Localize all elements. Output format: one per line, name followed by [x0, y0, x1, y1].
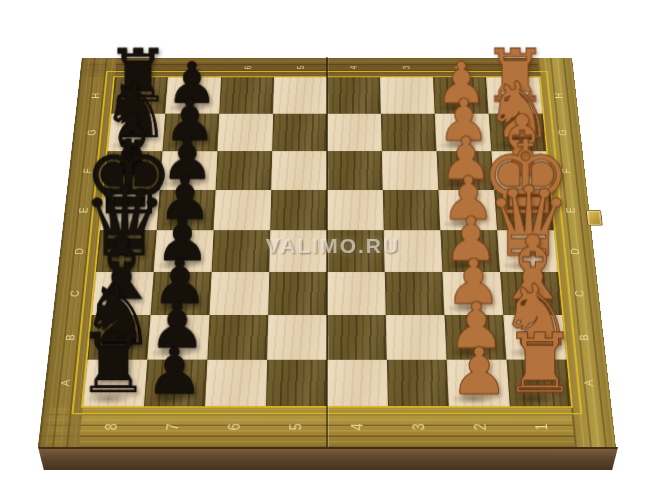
square-g5[interactable] [272, 114, 327, 152]
square-f3[interactable] [382, 151, 439, 190]
rank-label-top-3: 3 [380, 58, 433, 77]
brass-clasp [586, 210, 603, 226]
square-c4[interactable] [327, 272, 386, 315]
square-h3[interactable] [380, 77, 435, 113]
square-e4[interactable] [327, 190, 384, 230]
box-front-edge [38, 447, 618, 470]
rank-label-bottom-5: 5 [265, 406, 327, 448]
square-b5[interactable] [267, 315, 327, 360]
square-b6[interactable] [207, 315, 268, 360]
rank-label-bottom-3: 3 [388, 406, 451, 448]
rank-label-bottom-7: 7 [141, 406, 205, 448]
square-g3[interactable] [381, 114, 437, 152]
scene: 87654321 87654321 HGFEDCBA HGFEDCBA ♜♟♟♜… [38, 0, 616, 448]
rank-label-bottom-8: 8 [79, 406, 144, 448]
rank-label-top-6: 6 [221, 58, 274, 77]
rank-label-bottom-6: 6 [203, 406, 266, 448]
rank-label-top-5: 5 [274, 58, 327, 77]
chess-photo: 87654321 87654321 HGFEDCBA HGFEDCBA ♜♟♟♜… [0, 0, 670, 494]
square-f4[interactable] [327, 151, 383, 190]
black-pawn-a7[interactable]: ♟ [146, 340, 204, 405]
square-a1[interactable]: ♜ [507, 360, 571, 406]
rank-label-top-4: 4 [327, 58, 380, 77]
square-h5[interactable] [273, 77, 327, 113]
square-g6[interactable] [217, 114, 273, 152]
black-rook-a8[interactable]: ♜ [77, 322, 151, 405]
square-b3[interactable] [386, 315, 447, 360]
square-e6[interactable] [214, 190, 272, 230]
square-b4[interactable] [327, 315, 387, 360]
square-f5[interactable] [271, 151, 327, 190]
square-a3[interactable] [387, 360, 449, 406]
white-pawn-a2[interactable]: ♟ [450, 340, 508, 405]
square-c6[interactable] [209, 272, 269, 315]
square-h4[interactable] [327, 77, 381, 113]
square-c5[interactable] [268, 272, 327, 315]
rank-label-bottom-1: 1 [510, 406, 575, 448]
white-rook-a1[interactable]: ♜ [503, 322, 577, 405]
rank-label-bottom-2: 2 [449, 406, 513, 448]
square-g4[interactable] [327, 114, 382, 152]
square-a8[interactable]: ♜ [83, 360, 147, 406]
square-c3[interactable] [385, 272, 445, 315]
square-e3[interactable] [383, 190, 441, 230]
square-a2[interactable]: ♟ [447, 360, 510, 406]
square-e5[interactable] [270, 190, 327, 230]
square-a4[interactable] [327, 360, 388, 406]
watermark: VALIMO.RU [233, 234, 433, 258]
square-a7[interactable]: ♟ [144, 360, 207, 406]
square-h6[interactable] [219, 77, 274, 113]
square-f6[interactable] [215, 151, 272, 190]
square-a5[interactable] [266, 360, 327, 406]
square-a6[interactable] [205, 360, 267, 406]
rank-label-bottom-4: 4 [327, 406, 389, 448]
